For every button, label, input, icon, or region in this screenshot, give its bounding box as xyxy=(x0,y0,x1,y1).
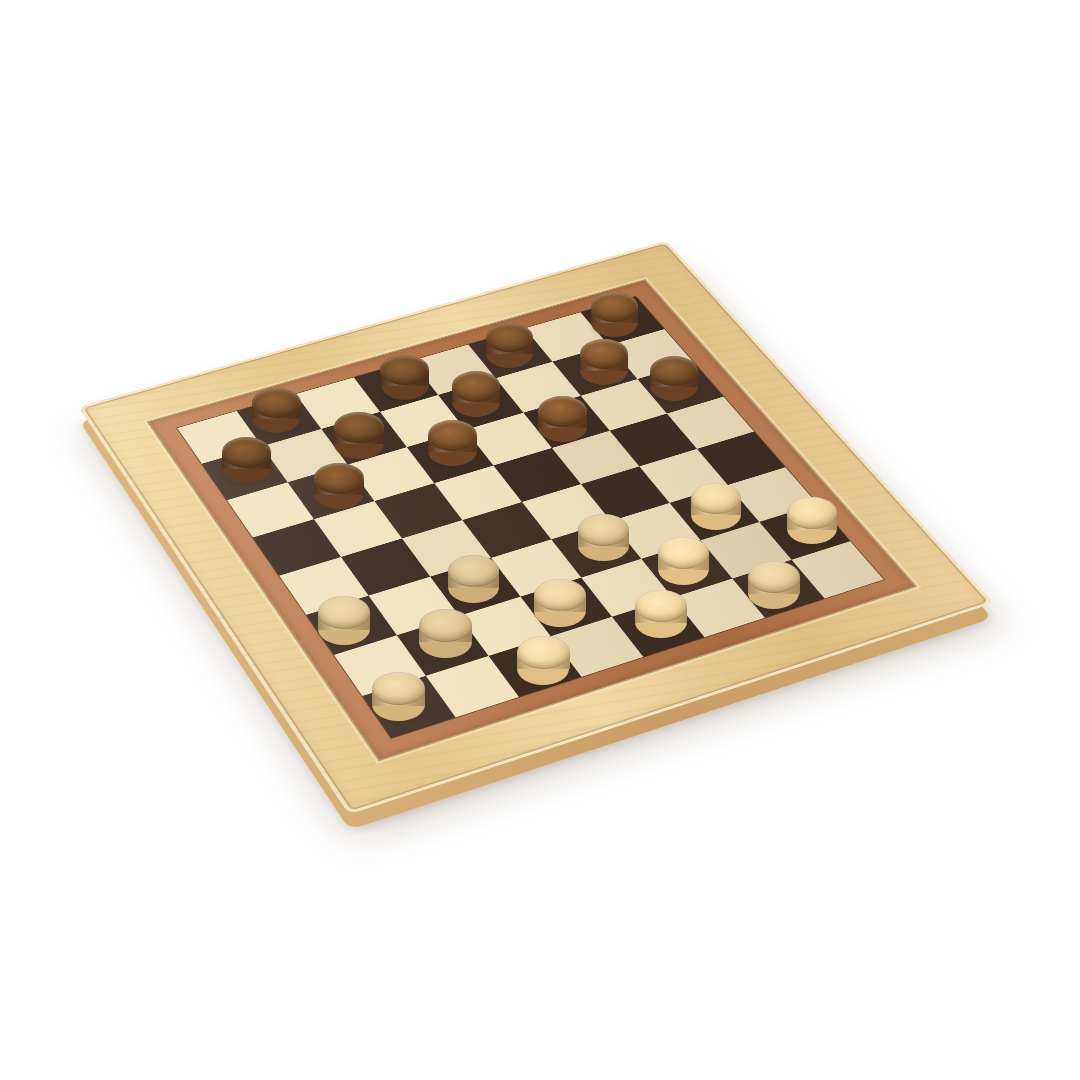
square-r6c0-light xyxy=(334,635,426,696)
square-r5c1-light xyxy=(369,577,459,636)
square-r4c0-light xyxy=(279,557,368,615)
square-r7c6-dark xyxy=(732,560,824,618)
square-r7c4-dark xyxy=(612,598,705,657)
square-r7c7-light xyxy=(792,541,884,598)
checkerboard-grid xyxy=(177,296,883,738)
square-r6c2-light xyxy=(459,597,551,656)
square-r6c7-dark xyxy=(759,504,850,560)
square-r6c1-dark xyxy=(397,616,489,676)
square-r6c3-dark xyxy=(521,578,612,637)
square-r5c3-light xyxy=(491,539,581,596)
board-frame xyxy=(78,241,993,815)
square-r7c3-light xyxy=(551,617,644,677)
square-r3c0-dark xyxy=(253,519,341,576)
square-r6c5-dark xyxy=(641,540,732,597)
board-border-band xyxy=(149,281,914,760)
square-r5c2-dark xyxy=(430,558,520,616)
square-r4c2-light xyxy=(402,520,491,577)
product-photo-canvas xyxy=(0,0,1080,1080)
checkers-board xyxy=(78,241,993,815)
square-r5c0-dark xyxy=(306,596,397,655)
square-r7c5-light xyxy=(673,579,765,638)
square-r4c1-dark xyxy=(341,538,430,595)
square-r7c0-dark xyxy=(362,676,455,738)
square-r3c1-light xyxy=(314,501,402,557)
square-r7c2-dark xyxy=(489,636,582,697)
square-r7c1-light xyxy=(426,656,519,717)
square-r5c5-light xyxy=(611,503,701,559)
square-r5c4-dark xyxy=(551,521,641,578)
square-r6c6-light xyxy=(701,522,792,579)
square-r4c3-dark xyxy=(462,502,551,558)
square-r6c4-light xyxy=(581,559,672,617)
